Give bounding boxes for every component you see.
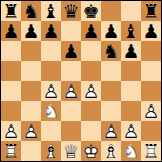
square-f6[interactable]: ♞ <box>101 41 121 61</box>
square-e4[interactable]: ♟♙ <box>81 81 101 101</box>
piece-black-knight[interactable]: ♞ <box>101 41 121 61</box>
piece-outline-glyph: ♕ <box>61 141 81 161</box>
piece-glyph: ♟ <box>1 21 21 41</box>
square-a8[interactable]: ♜ <box>1 1 21 21</box>
piece-outline-glyph: ♔ <box>81 141 101 161</box>
piece-glyph: ♟ <box>101 21 121 41</box>
piece-outline-glyph: ♙ <box>101 121 121 141</box>
piece-black-pawn[interactable]: ♟ <box>121 41 141 61</box>
square-h6[interactable] <box>141 41 161 61</box>
square-g4[interactable] <box>121 81 141 101</box>
piece-outline-glyph: ♘ <box>121 141 141 161</box>
square-a6[interactable] <box>1 41 21 61</box>
piece-glyph: ♜ <box>1 1 21 21</box>
piece-black-bishop[interactable]: ♝ <box>41 1 61 21</box>
piece-white-pawn[interactable]: ♟♙ <box>41 81 61 101</box>
chess-board: ♜♞♝♛♚♜♟♟♟♟♟♝♟♟♞♟♟♙♟♙♟♙♞♘♟♙♟♙♟♙♟♙♟♙♜♖♝♗♛♕… <box>1 1 161 161</box>
square-b4[interactable] <box>21 81 41 101</box>
square-c7[interactable]: ♟ <box>41 21 61 41</box>
piece-outline-glyph: ♙ <box>141 101 161 121</box>
square-d7[interactable] <box>61 21 81 41</box>
square-g3[interactable] <box>121 101 141 121</box>
square-d6[interactable]: ♟ <box>61 41 81 61</box>
piece-white-knight[interactable]: ♞♘ <box>121 141 141 161</box>
square-g1[interactable]: ♞♘ <box>121 141 141 161</box>
square-a4[interactable] <box>1 81 21 101</box>
square-d1[interactable]: ♛♕ <box>61 141 81 161</box>
piece-white-rook[interactable]: ♜♖ <box>1 141 21 161</box>
piece-outline-glyph: ♙ <box>121 121 141 141</box>
piece-outline-glyph: ♘ <box>41 101 61 121</box>
piece-black-pawn[interactable]: ♟ <box>1 21 21 41</box>
piece-black-king[interactable]: ♚ <box>81 1 101 21</box>
square-b5[interactable] <box>21 61 41 81</box>
piece-glyph: ♝ <box>41 1 61 21</box>
piece-glyph: ♜ <box>141 1 161 21</box>
square-c1[interactable]: ♝♗ <box>41 141 61 161</box>
square-f8[interactable] <box>101 1 121 21</box>
piece-black-pawn[interactable]: ♟ <box>81 21 101 41</box>
piece-black-pawn[interactable]: ♟ <box>141 21 161 41</box>
piece-glyph: ♟ <box>121 41 141 61</box>
square-f3[interactable] <box>101 101 121 121</box>
piece-black-rook[interactable]: ♜ <box>141 1 161 21</box>
piece-outline-glyph: ♖ <box>141 141 161 161</box>
square-g6[interactable]: ♟ <box>121 41 141 61</box>
square-a1[interactable]: ♜♖ <box>1 141 21 161</box>
square-b7[interactable]: ♟ <box>21 21 41 41</box>
square-c4[interactable]: ♟♙ <box>41 81 61 101</box>
square-e3[interactable] <box>81 101 101 121</box>
square-c6[interactable] <box>41 41 61 61</box>
piece-white-rook[interactable]: ♜♖ <box>141 141 161 161</box>
piece-white-king[interactable]: ♚♔ <box>81 141 101 161</box>
square-e1[interactable]: ♚♔ <box>81 141 101 161</box>
piece-white-queen[interactable]: ♛♕ <box>61 141 81 161</box>
piece-black-pawn[interactable]: ♟ <box>101 21 121 41</box>
square-h7[interactable]: ♟ <box>141 21 161 41</box>
chess-board-frame: ♜♞♝♛♚♜♟♟♟♟♟♝♟♟♞♟♟♙♟♙♟♙♞♘♟♙♟♙♟♙♟♙♟♙♜♖♝♗♛♕… <box>0 0 162 162</box>
square-d5[interactable] <box>61 61 81 81</box>
square-b3[interactable] <box>21 101 41 121</box>
piece-white-pawn[interactable]: ♟♙ <box>61 81 81 101</box>
square-f7[interactable]: ♟ <box>101 21 121 41</box>
square-e8[interactable]: ♚ <box>81 1 101 21</box>
piece-outline-glyph: ♙ <box>1 121 21 141</box>
square-d8[interactable]: ♛ <box>61 1 81 21</box>
square-h3[interactable]: ♟♙ <box>141 101 161 121</box>
piece-white-pawn[interactable]: ♟♙ <box>21 121 41 141</box>
square-b1[interactable] <box>21 141 41 161</box>
square-f5[interactable] <box>101 61 121 81</box>
square-b6[interactable] <box>21 41 41 61</box>
square-h4[interactable] <box>141 81 161 101</box>
square-c5[interactable] <box>41 61 61 81</box>
piece-white-pawn[interactable]: ♟♙ <box>1 121 21 141</box>
square-f2[interactable]: ♟♙ <box>101 121 121 141</box>
piece-glyph: ♟ <box>41 21 61 41</box>
square-a2[interactable]: ♟♙ <box>1 121 21 141</box>
square-h8[interactable]: ♜ <box>141 1 161 21</box>
piece-white-pawn[interactable]: ♟♙ <box>141 101 161 121</box>
square-e7[interactable]: ♟ <box>81 21 101 41</box>
square-d4[interactable]: ♟♙ <box>61 81 81 101</box>
square-g7[interactable]: ♝ <box>121 21 141 41</box>
piece-black-bishop[interactable]: ♝ <box>121 21 141 41</box>
piece-white-bishop[interactable]: ♝♗ <box>101 141 121 161</box>
piece-glyph: ♛ <box>61 1 81 21</box>
piece-outline-glyph: ♙ <box>81 81 101 101</box>
square-f4[interactable] <box>101 81 121 101</box>
piece-outline-glyph: ♗ <box>41 141 61 161</box>
square-c2[interactable] <box>41 121 61 141</box>
square-e6[interactable] <box>81 41 101 61</box>
square-h2[interactable] <box>141 121 161 141</box>
piece-outline-glyph: ♖ <box>1 141 21 161</box>
piece-glyph: ♟ <box>61 41 81 61</box>
square-h5[interactable] <box>141 61 161 81</box>
square-d3[interactable] <box>61 101 81 121</box>
square-b8[interactable]: ♞ <box>21 1 41 21</box>
piece-glyph: ♞ <box>21 1 41 21</box>
piece-white-knight[interactable]: ♞♘ <box>41 101 61 121</box>
piece-outline-glyph: ♗ <box>101 141 121 161</box>
square-e5[interactable] <box>81 61 101 81</box>
square-d2[interactable] <box>61 121 81 141</box>
piece-glyph: ♟ <box>141 21 161 41</box>
piece-outline-glyph: ♙ <box>61 81 81 101</box>
piece-white-pawn[interactable]: ♟♙ <box>101 121 121 141</box>
piece-black-queen[interactable]: ♛ <box>61 1 81 21</box>
square-f1[interactable]: ♝♗ <box>101 141 121 161</box>
piece-glyph: ♝ <box>121 21 141 41</box>
piece-outline-glyph: ♙ <box>41 81 61 101</box>
piece-white-pawn[interactable]: ♟♙ <box>81 81 101 101</box>
piece-black-pawn[interactable]: ♟ <box>61 41 81 61</box>
square-a7[interactable]: ♟ <box>1 21 21 41</box>
square-e2[interactable] <box>81 121 101 141</box>
piece-white-bishop[interactable]: ♝♗ <box>41 141 61 161</box>
piece-glyph: ♟ <box>81 21 101 41</box>
square-b2[interactable]: ♟♙ <box>21 121 41 141</box>
piece-glyph: ♚ <box>81 1 101 21</box>
piece-black-pawn[interactable]: ♟ <box>21 21 41 41</box>
piece-black-knight[interactable]: ♞ <box>21 1 41 21</box>
piece-outline-glyph: ♙ <box>21 121 41 141</box>
square-g8[interactable] <box>121 1 141 21</box>
square-c8[interactable]: ♝ <box>41 1 61 21</box>
square-a5[interactable] <box>1 61 21 81</box>
piece-glyph: ♟ <box>21 21 41 41</box>
square-h1[interactable]: ♜♖ <box>141 141 161 161</box>
square-g5[interactable] <box>121 61 141 81</box>
piece-white-pawn[interactable]: ♟♙ <box>121 121 141 141</box>
piece-glyph: ♞ <box>101 41 121 61</box>
piece-black-rook[interactable]: ♜ <box>1 1 21 21</box>
piece-black-pawn[interactable]: ♟ <box>41 21 61 41</box>
square-a3[interactable] <box>1 101 21 121</box>
square-c3[interactable]: ♞♘ <box>41 101 61 121</box>
square-g2[interactable]: ♟♙ <box>121 121 141 141</box>
